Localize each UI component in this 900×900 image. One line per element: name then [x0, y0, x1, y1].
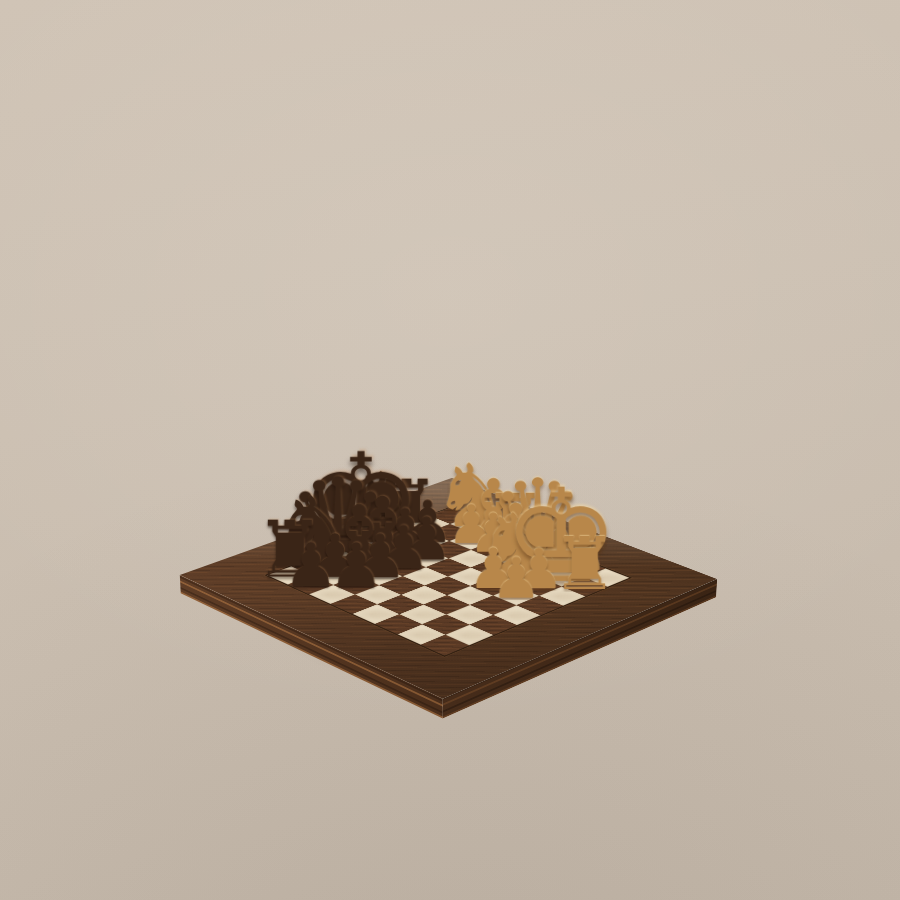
chess-board: ♜♞♛♚♞♜♟♟♝♝♟♟♞♟♟♟♟♟♝♟♜♝♛♟♞♟♟♟♟♚♟♜	[180, 478, 717, 699]
photo-scene: ♜♞♛♚♞♜♟♟♝♝♟♟♞♟♟♟♟♟♝♟♜♝♛♟♞♟♟♟♟♚♟♜	[0, 0, 900, 900]
square-d6: ♟	[381, 558, 426, 576]
